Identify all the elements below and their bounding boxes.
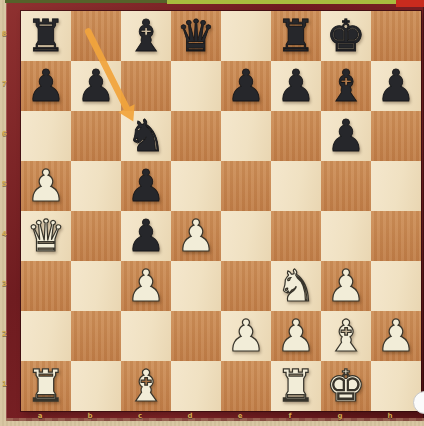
page-top-strip-dark — [5, 0, 167, 3]
black-queen-d8[interactable]: ♛ — [171, 11, 221, 61]
square-d7[interactable] — [171, 61, 221, 111]
black-pawn-h7[interactable]: ♟ — [371, 61, 421, 111]
chess-app-screenshot: ♜♝♛♜♚♟♟♟♟♝♟♞♟♟♟♛♟♟♟♞♟♟♟♝♟♜♝♜♚ 87654321ab… — [0, 0, 424, 426]
black-bishop-g7[interactable]: ♝ — [321, 61, 371, 111]
square-d1[interactable] — [171, 361, 221, 411]
square-c1[interactable]: ♝ — [121, 361, 171, 411]
white-pawn-h2[interactable]: ♟ — [371, 311, 421, 361]
square-h6[interactable] — [371, 111, 421, 161]
square-e6[interactable] — [221, 111, 271, 161]
square-c6[interactable]: ♞ — [121, 111, 171, 161]
square-f1[interactable]: ♜ — [271, 361, 321, 411]
square-e5[interactable] — [221, 161, 271, 211]
white-pawn-e2[interactable]: ♟ — [221, 311, 271, 361]
square-h4[interactable] — [371, 211, 421, 261]
square-b2[interactable] — [71, 311, 121, 361]
square-a1[interactable]: ♜ — [21, 361, 71, 411]
file-label-a: a — [35, 412, 45, 420]
square-g7[interactable]: ♝ — [321, 61, 371, 111]
file-label-e: e — [235, 412, 245, 420]
square-d6[interactable] — [171, 111, 221, 161]
white-pawn-g3[interactable]: ♟ — [321, 261, 371, 311]
square-h7[interactable]: ♟ — [371, 61, 421, 111]
file-label-b: b — [85, 412, 95, 420]
rank-label-2: 2 — [0, 330, 9, 338]
white-knight-f3[interactable]: ♞ — [271, 261, 321, 311]
square-b5[interactable] — [71, 161, 121, 211]
black-pawn-b7[interactable]: ♟ — [71, 61, 121, 111]
rank-label-4: 4 — [0, 230, 9, 238]
square-g4[interactable] — [321, 211, 371, 261]
white-queen-a4[interactable]: ♛ — [21, 211, 71, 261]
square-f6[interactable] — [271, 111, 321, 161]
square-b8[interactable] — [71, 11, 121, 61]
square-g8[interactable]: ♚ — [321, 11, 371, 61]
file-label-f: f — [285, 412, 295, 420]
rank-label-6: 6 — [0, 130, 9, 138]
square-f2[interactable]: ♟ — [271, 311, 321, 361]
square-d2[interactable] — [171, 311, 221, 361]
file-label-c: c — [135, 412, 145, 420]
rank-label-3: 3 — [0, 280, 9, 288]
square-e4[interactable] — [221, 211, 271, 261]
board-frame: ♜♝♛♜♚♟♟♟♟♝♟♞♟♟♟♛♟♟♟♞♟♟♟♝♟♜♝♜♚ — [6, 1, 424, 421]
square-g5[interactable] — [321, 161, 371, 211]
square-g2[interactable]: ♝ — [321, 311, 371, 361]
square-a3[interactable] — [21, 261, 71, 311]
square-b7[interactable]: ♟ — [71, 61, 121, 111]
black-king-g8[interactable]: ♚ — [321, 11, 371, 61]
square-e3[interactable] — [221, 261, 271, 311]
black-rook-a8[interactable]: ♜ — [21, 11, 71, 61]
white-bishop-g2[interactable]: ♝ — [321, 311, 371, 361]
file-label-d: d — [185, 412, 195, 420]
square-d5[interactable] — [171, 161, 221, 211]
square-a8[interactable]: ♜ — [21, 11, 71, 61]
square-f4[interactable] — [271, 211, 321, 261]
white-pawn-d4[interactable]: ♟ — [171, 211, 221, 261]
square-c3[interactable]: ♟ — [121, 261, 171, 311]
black-rook-f8[interactable]: ♜ — [271, 11, 321, 61]
square-e1[interactable] — [221, 361, 271, 411]
white-king-g1[interactable]: ♚ — [321, 361, 371, 411]
square-b3[interactable] — [71, 261, 121, 311]
square-h2[interactable]: ♟ — [371, 311, 421, 361]
square-f8[interactable]: ♜ — [271, 11, 321, 61]
square-g1[interactable]: ♚ — [321, 361, 371, 411]
rank-label-1: 1 — [0, 380, 9, 388]
square-f3[interactable]: ♞ — [271, 261, 321, 311]
rank-label-7: 7 — [0, 80, 9, 88]
black-knight-c6[interactable]: ♞ — [121, 111, 171, 161]
black-pawn-g6[interactable]: ♟ — [321, 111, 371, 161]
black-bishop-c8[interactable]: ♝ — [121, 11, 171, 61]
square-a4[interactable]: ♛ — [21, 211, 71, 261]
square-h8[interactable] — [371, 11, 421, 61]
square-b4[interactable] — [71, 211, 121, 261]
white-pawn-a5[interactable]: ♟ — [21, 161, 71, 211]
square-b6[interactable] — [71, 111, 121, 161]
square-g6[interactable]: ♟ — [321, 111, 371, 161]
white-pawn-f2[interactable]: ♟ — [271, 311, 321, 361]
file-label-h: h — [385, 412, 395, 420]
square-c8[interactable]: ♝ — [121, 11, 171, 61]
square-d4[interactable]: ♟ — [171, 211, 221, 261]
square-g3[interactable]: ♟ — [321, 261, 371, 311]
white-rook-f1[interactable]: ♜ — [271, 361, 321, 411]
page-top-right-red-box — [396, 0, 424, 7]
file-label-g: g — [335, 412, 345, 420]
square-e2[interactable]: ♟ — [221, 311, 271, 361]
rank-label-8: 8 — [0, 30, 9, 38]
square-c5[interactable]: ♟ — [121, 161, 171, 211]
square-d3[interactable] — [171, 261, 221, 311]
black-pawn-e7[interactable]: ♟ — [221, 61, 271, 111]
rank-label-5: 5 — [0, 180, 9, 188]
square-a6[interactable] — [21, 111, 71, 161]
square-h3[interactable] — [371, 261, 421, 311]
square-b1[interactable] — [71, 361, 121, 411]
square-d8[interactable]: ♛ — [171, 11, 221, 61]
page-top-strip-bright — [167, 0, 396, 4]
square-c7[interactable] — [121, 61, 171, 111]
square-c2[interactable] — [121, 311, 171, 361]
square-h5[interactable] — [371, 161, 421, 211]
square-f5[interactable] — [271, 161, 321, 211]
square-a5[interactable]: ♟ — [21, 161, 71, 211]
square-e7[interactable]: ♟ — [221, 61, 271, 111]
white-bishop-c1[interactable]: ♝ — [121, 361, 171, 411]
square-a2[interactable] — [21, 311, 71, 361]
square-a7[interactable]: ♟ — [21, 61, 71, 111]
square-e8[interactable] — [221, 11, 271, 61]
black-pawn-c4[interactable]: ♟ — [121, 211, 171, 261]
square-c4[interactable]: ♟ — [121, 211, 171, 261]
black-pawn-a7[interactable]: ♟ — [21, 61, 71, 111]
black-pawn-f7[interactable]: ♟ — [271, 61, 321, 111]
white-rook-a1[interactable]: ♜ — [21, 361, 71, 411]
black-pawn-c5[interactable]: ♟ — [121, 161, 171, 211]
white-pawn-c3[interactable]: ♟ — [121, 261, 171, 311]
square-f7[interactable]: ♟ — [271, 61, 321, 111]
chess-board[interactable]: ♜♝♛♜♚♟♟♟♟♝♟♞♟♟♟♛♟♟♟♞♟♟♟♝♟♜♝♜♚ — [21, 11, 421, 411]
